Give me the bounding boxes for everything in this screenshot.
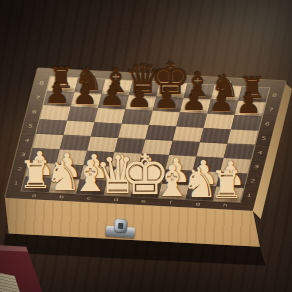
square-d4 xyxy=(114,138,145,154)
square-f1 xyxy=(158,184,189,200)
file-label-b-far: b xyxy=(90,73,96,77)
file-label-d-far: d xyxy=(144,75,150,79)
square-d3 xyxy=(111,152,142,168)
square-h1 xyxy=(213,187,244,203)
rank-label-6-left: 6 xyxy=(31,110,37,114)
file-label-c-near: c xyxy=(86,196,91,200)
square-a4 xyxy=(33,134,64,150)
square-h3 xyxy=(220,158,251,174)
square-c4 xyxy=(87,137,118,153)
square-h6 xyxy=(231,115,262,131)
square-d5 xyxy=(118,124,149,140)
square-b1 xyxy=(49,178,80,194)
square-c5 xyxy=(91,122,122,138)
square-f2 xyxy=(162,169,193,185)
square-g1 xyxy=(185,185,216,201)
square-f8 xyxy=(184,84,215,100)
square-g6 xyxy=(204,114,235,130)
rank-label-4-left: 4 xyxy=(24,138,30,142)
file-label-g-far: g xyxy=(226,80,232,84)
square-e1 xyxy=(131,182,162,198)
square-f4 xyxy=(169,141,200,157)
square-h5 xyxy=(227,129,258,145)
square-b5 xyxy=(63,121,94,137)
square-e6 xyxy=(149,111,180,127)
square-g4 xyxy=(196,142,227,158)
rank-label-7-right: 7 xyxy=(268,108,274,112)
square-g5 xyxy=(200,128,231,144)
square-c1 xyxy=(76,179,107,195)
square-a7 xyxy=(43,91,74,107)
square-e4 xyxy=(142,139,173,155)
file-label-f-far: f xyxy=(200,78,204,82)
file-label-e-far: e xyxy=(172,77,178,81)
square-d1 xyxy=(104,181,135,197)
square-a5 xyxy=(36,119,67,135)
clasp-latch xyxy=(102,215,140,243)
rank-label-5-right: 5 xyxy=(261,136,267,140)
square-d2 xyxy=(107,167,138,183)
square-b4 xyxy=(60,135,91,151)
square-c2 xyxy=(80,165,111,181)
square-f5 xyxy=(173,127,204,143)
file-label-b-near: b xyxy=(59,195,65,199)
scene: aabbccddeeffgghh1122334455667788 ♜♞♝♛♚♝♞… xyxy=(0,0,292,292)
square-e5 xyxy=(145,125,176,141)
square-h7 xyxy=(235,101,266,117)
square-e8 xyxy=(156,82,187,98)
square-h8 xyxy=(238,86,269,102)
square-a1 xyxy=(22,177,53,193)
square-c7 xyxy=(98,94,129,110)
rank-label-5-left: 5 xyxy=(28,124,34,128)
rank-label-3-left: 3 xyxy=(20,153,26,157)
square-d7 xyxy=(125,95,156,111)
square-a2 xyxy=(25,162,56,178)
chess-board: aabbccddeeffgghh1122334455667788 xyxy=(5,68,286,211)
square-e2 xyxy=(134,168,165,184)
square-h2 xyxy=(216,172,247,188)
square-f6 xyxy=(176,112,207,128)
board-squares xyxy=(22,76,270,202)
square-f3 xyxy=(165,155,196,171)
square-g8 xyxy=(211,85,242,101)
file-label-d-near: d xyxy=(113,198,119,202)
file-label-a-far: a xyxy=(62,71,68,75)
square-f7 xyxy=(180,98,211,114)
square-b2 xyxy=(53,164,84,180)
rank-label-1-right: 1 xyxy=(246,193,252,197)
square-g3 xyxy=(193,157,224,173)
square-b3 xyxy=(56,149,87,165)
square-c3 xyxy=(84,151,115,167)
file-label-e-near: e xyxy=(141,199,147,203)
file-label-c-far: c xyxy=(117,74,122,78)
rank-label-1-left: 1 xyxy=(13,181,19,185)
file-label-a-near: a xyxy=(31,193,37,197)
square-b6 xyxy=(67,107,98,123)
square-b7 xyxy=(71,92,102,108)
square-d6 xyxy=(122,109,153,125)
square-a6 xyxy=(40,105,71,121)
file-label-h-near: h xyxy=(222,203,228,207)
square-e7 xyxy=(153,96,184,112)
square-d8 xyxy=(129,81,160,97)
rank-label-8-right: 8 xyxy=(272,93,278,97)
rank-label-6-right: 6 xyxy=(264,122,270,126)
square-e3 xyxy=(138,154,169,170)
clasp-slot xyxy=(118,223,123,229)
square-a3 xyxy=(29,148,60,164)
square-c6 xyxy=(94,108,125,124)
rank-label-2-right: 2 xyxy=(250,179,256,183)
square-c8 xyxy=(102,79,133,95)
square-a8 xyxy=(47,76,78,92)
rank-label-7-left: 7 xyxy=(35,95,41,99)
square-h4 xyxy=(224,144,255,160)
rank-label-4-right: 4 xyxy=(257,150,263,154)
square-g7 xyxy=(207,99,238,115)
rank-label-3-right: 3 xyxy=(253,165,259,169)
rank-label-2-left: 2 xyxy=(17,167,23,171)
square-b8 xyxy=(74,78,105,94)
rank-label-8-left: 8 xyxy=(39,81,45,85)
file-label-h-far: h xyxy=(253,81,259,85)
square-g2 xyxy=(189,171,220,187)
file-label-f-near: f xyxy=(169,200,173,204)
file-label-g-near: g xyxy=(195,202,201,206)
